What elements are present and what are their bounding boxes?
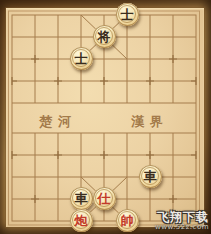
piece-character: 将 — [93, 25, 116, 48]
piece-character: 車 — [139, 165, 162, 188]
piece-black-chariot-f6r7[interactable]: 車 — [139, 165, 162, 188]
piece-character: 仕 — [93, 187, 116, 210]
piece-black-chariot-f3r8[interactable]: 車 — [70, 187, 93, 210]
piece-red-advisor-f4r8[interactable]: 仕 — [93, 187, 116, 210]
piece-character: 帥 — [116, 209, 139, 232]
piece-black-general-f4r1[interactable]: 将 — [93, 25, 116, 48]
xiangqi-board[interactable]: 楚河 漢界 士将士車車仕炮帥 — [6, 8, 204, 227]
app-screenshot: 楚河 漢界 士将士車車仕炮帥 飞翔下载 www.52z.com — [0, 0, 211, 234]
piece-character: 炮 — [70, 209, 93, 232]
piece-red-cannon-f3r9[interactable]: 炮 — [70, 209, 93, 232]
piece-black-advisor-f3r2[interactable]: 士 — [70, 47, 93, 70]
piece-character: 士 — [70, 47, 93, 70]
piece-black-advisor-f5r0[interactable]: 士 — [116, 3, 139, 26]
piece-character: 士 — [116, 3, 139, 26]
pieces-layer: 士将士車車仕炮帥 — [6, 8, 204, 227]
piece-character: 車 — [70, 187, 93, 210]
piece-red-general-f5r9[interactable]: 帥 — [116, 209, 139, 232]
